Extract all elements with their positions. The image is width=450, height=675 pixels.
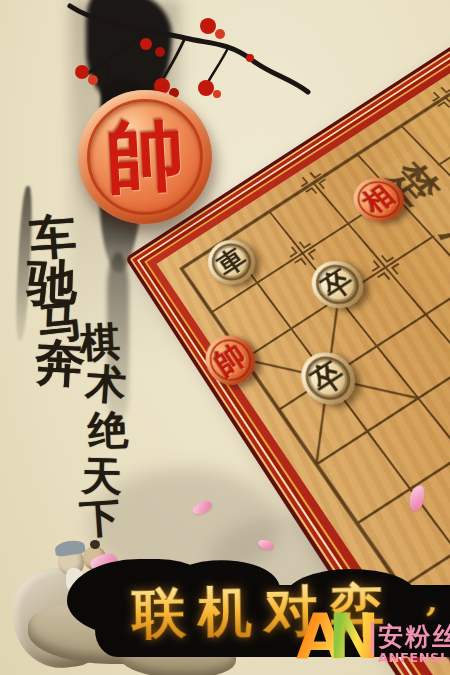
watermark-monogram: AN [296,606,380,668]
xiangqi-splash-screen: { "game": "xiangqi", "screen": "Chinese … [0,0,450,675]
calligraphy-char: 天 [81,455,122,496]
calligraphy-char: 奔 [34,337,87,390]
watermark-divider [371,622,374,654]
river-label-he: 河 [432,208,450,271]
watermark-name: 安粉丝 [378,620,450,653]
calligraphy-char: 术 [85,363,128,406]
marshal-glyph: 帥 [103,103,186,212]
calligraphy-char: 棋 [79,321,121,363]
calligraphy-char: 绝 [87,409,128,450]
watermark-site: ANFENSI.COM [378,650,450,665]
calligraphy-char: 下 [79,497,122,540]
boy-topknot [90,540,100,549]
decorative-marshal-piece: 帥 [78,90,212,224]
